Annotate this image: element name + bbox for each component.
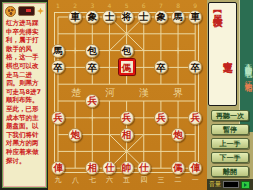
file-label-top: 2 xyxy=(73,2,77,9)
file-label-bottom: 九 xyxy=(55,177,62,184)
file-label-bottom: 一 xyxy=(192,177,199,184)
file-label-top: 9 xyxy=(193,2,197,9)
file-label-bottom: 四 xyxy=(140,177,147,184)
black-piece-車: 車 xyxy=(68,10,82,24)
bottom-bar: 音量 xyxy=(207,179,253,190)
file-label-top: 7 xyxy=(159,2,163,9)
progress-indicator[interactable] xyxy=(18,6,35,16)
pause-button[interactable]: 暫停 xyxy=(211,124,249,135)
red-piece-兵: 兵 xyxy=(120,111,134,125)
next-move-button[interactable]: 下一手 xyxy=(211,152,249,163)
file-label-top: 6 xyxy=(142,2,146,9)
file-label-top: 5 xyxy=(125,2,129,9)
file-label-bottom: 六 xyxy=(106,177,113,184)
paw-icon xyxy=(5,6,16,17)
black-piece-士: 士 xyxy=(102,10,116,24)
red-piece-兵: 兵 xyxy=(154,111,168,125)
red-piece-俥: 俥 xyxy=(51,161,65,175)
prev-move-button[interactable]: 上一手 xyxy=(211,138,249,149)
red-piece-炮: 炮 xyxy=(68,128,82,142)
black-piece-馬: 馬 xyxy=(51,44,65,58)
exit-button[interactable]: 離開 xyxy=(211,166,249,177)
black-piece-士: 士 xyxy=(137,10,151,24)
black-piece-車: 車 xyxy=(188,10,202,24)
black-piece-象: 象 xyxy=(85,10,99,24)
commentary-sidebar: 红方进马踩中卒先得实利，属于打散手的风格，这一手棋也可以改走马二进四。则黑方可走… xyxy=(2,2,47,188)
play-sound-button[interactable] xyxy=(241,181,250,189)
lesson-title-part2: 直車之三】 xyxy=(223,53,234,58)
file-label-bottom: 七 xyxy=(89,177,96,184)
red-piece-傌: 傌 xyxy=(119,59,135,75)
move-commentary: 红方进马踩中卒先得实利，属于打散手的风格，这一手棋也可以改走马二进四。则黑方可走… xyxy=(6,19,43,165)
file-label-bottom: 二 xyxy=(175,177,182,184)
banner-text: 高人指路智聖統包· xyxy=(244,57,253,75)
black-piece-馬: 馬 xyxy=(171,10,185,24)
file-label-bottom: 五 xyxy=(123,177,130,184)
river-label: 楚 xyxy=(71,86,81,100)
black-piece-包: 包 xyxy=(120,44,134,58)
file-label-top: 1 xyxy=(56,2,60,9)
file-label-top: 3 xyxy=(90,2,94,9)
river-label: 漢 xyxy=(139,86,149,100)
black-piece-卒: 卒 xyxy=(188,60,202,74)
black-piece-卒: 卒 xyxy=(154,60,168,74)
xiangqi-tutorial-window: 红方进马踩中卒先得实利，属于打散手的风格，这一手棋也可以改走马二进四。则黑方可走… xyxy=(0,0,253,190)
file-label-top: 4 xyxy=(108,2,112,9)
lesson-title-plaque: 【黑方快出 直車之三】 xyxy=(208,2,237,106)
red-piece-傌: 傌 xyxy=(171,161,185,175)
red-piece-帥: 帥 xyxy=(120,161,134,175)
black-piece-卒: 卒 xyxy=(85,60,99,74)
black-piece-包: 包 xyxy=(85,44,99,58)
file-label-bottom: 八 xyxy=(72,177,79,184)
river-label: 河 xyxy=(105,86,115,100)
file-label-bottom: 三 xyxy=(157,177,164,184)
black-piece-卒: 卒 xyxy=(51,60,65,74)
playback-buttons: 再聽一次暫停上一手下一手離開 xyxy=(207,108,253,190)
banner-accent-text: 紅炮右相 xyxy=(244,75,253,79)
red-piece-仕: 仕 xyxy=(102,161,116,175)
river-label: 界 xyxy=(173,86,183,100)
red-piece-炮: 炮 xyxy=(171,128,185,142)
star-icon xyxy=(37,8,44,15)
volume-label: 音量 xyxy=(209,180,221,189)
red-piece-相: 相 xyxy=(85,161,99,175)
sidebar-header xyxy=(5,5,44,17)
lesson-title-part1: 【黑方快出 xyxy=(213,6,224,11)
red-piece-仕: 仕 xyxy=(137,161,151,175)
red-piece-俥: 俥 xyxy=(188,161,202,175)
black-piece-将: 将 xyxy=(120,10,134,24)
volume-display[interactable] xyxy=(223,181,239,188)
replay-button[interactable]: 再聽一次 xyxy=(211,110,249,121)
red-piece-相: 相 xyxy=(120,128,134,142)
file-label-top: 8 xyxy=(176,2,180,9)
board[interactable]: 123456789九八七六五四三二一楚河漢界 車象士将士象馬車馬包包卒卒卒卒傌兵… xyxy=(48,0,207,190)
red-piece-兵: 兵 xyxy=(85,94,99,108)
red-piece-兵: 兵 xyxy=(188,111,202,125)
control-panel: 高人指路智聖統包·紅炮右相 【黑方快出 直車之三】 再聽一次暫停上一手下一手離開… xyxy=(207,0,253,190)
red-piece-兵: 兵 xyxy=(51,111,65,125)
black-piece-象: 象 xyxy=(154,10,168,24)
